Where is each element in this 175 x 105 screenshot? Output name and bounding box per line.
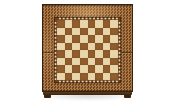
square-b7 <box>65 28 73 36</box>
board-foot-right <box>124 95 131 98</box>
square-b8 <box>65 20 73 28</box>
square-g4 <box>103 50 111 58</box>
square-g5 <box>103 43 111 51</box>
square-b4 <box>65 50 73 58</box>
square-b6 <box>65 35 73 43</box>
square-h1 <box>110 73 118 81</box>
square-h7 <box>110 28 118 36</box>
square-c1 <box>72 73 80 81</box>
square-f5 <box>95 43 103 51</box>
square-c5 <box>72 43 80 51</box>
square-d4 <box>80 50 88 58</box>
square-e1 <box>88 73 96 81</box>
square-g6 <box>103 35 111 43</box>
square-h6 <box>110 35 118 43</box>
square-g1 <box>103 73 111 81</box>
square-e4 <box>88 50 96 58</box>
square-h5 <box>110 43 118 51</box>
board-side-edge <box>43 92 132 95</box>
square-h4 <box>110 50 118 58</box>
square-e2 <box>88 65 96 73</box>
stud-inlay-strip-bottom <box>57 80 118 83</box>
square-f4 <box>95 50 103 58</box>
square-e8 <box>88 20 96 28</box>
square-f6 <box>95 35 103 43</box>
square-d5 <box>80 43 88 51</box>
square-d7 <box>80 28 88 36</box>
inner-border <box>54 17 121 83</box>
square-h3 <box>110 58 118 66</box>
playing-area <box>57 20 118 80</box>
square-d3 <box>80 58 88 66</box>
square-a5 <box>57 43 65 51</box>
square-b5 <box>65 43 73 51</box>
square-e7 <box>88 28 96 36</box>
square-g7 <box>103 28 111 36</box>
square-c8 <box>72 20 80 28</box>
square-f3 <box>95 58 103 66</box>
square-d1 <box>80 73 88 81</box>
square-g3 <box>103 58 111 66</box>
square-c2 <box>72 65 80 73</box>
square-c3 <box>72 58 80 66</box>
square-a4 <box>57 50 65 58</box>
square-a7 <box>57 28 65 36</box>
square-d8 <box>80 20 88 28</box>
square-h8 <box>110 20 118 28</box>
square-f8 <box>95 20 103 28</box>
square-b1 <box>65 73 73 81</box>
square-c6 <box>72 35 80 43</box>
square-g2 <box>103 65 111 73</box>
square-e6 <box>88 35 96 43</box>
square-f2 <box>95 65 103 73</box>
square-c4 <box>72 50 80 58</box>
square-e5 <box>88 43 96 51</box>
square-d6 <box>80 35 88 43</box>
square-f1 <box>95 73 103 81</box>
square-a3 <box>57 58 65 66</box>
square-e3 <box>88 58 96 66</box>
stud-inlay-strip-right <box>118 20 121 80</box>
square-d2 <box>80 65 88 73</box>
chess-board-photo <box>0 0 175 105</box>
board-foot-left <box>44 95 51 98</box>
square-h2 <box>110 65 118 73</box>
square-a2 <box>57 65 65 73</box>
square-f7 <box>95 28 103 36</box>
square-a8 <box>57 20 65 28</box>
square-b2 <box>65 65 73 73</box>
square-a6 <box>57 35 65 43</box>
square-a1 <box>57 73 65 81</box>
square-b3 <box>65 58 73 66</box>
square-c7 <box>72 28 80 36</box>
chess-board <box>42 4 133 92</box>
square-g8 <box>103 20 111 28</box>
